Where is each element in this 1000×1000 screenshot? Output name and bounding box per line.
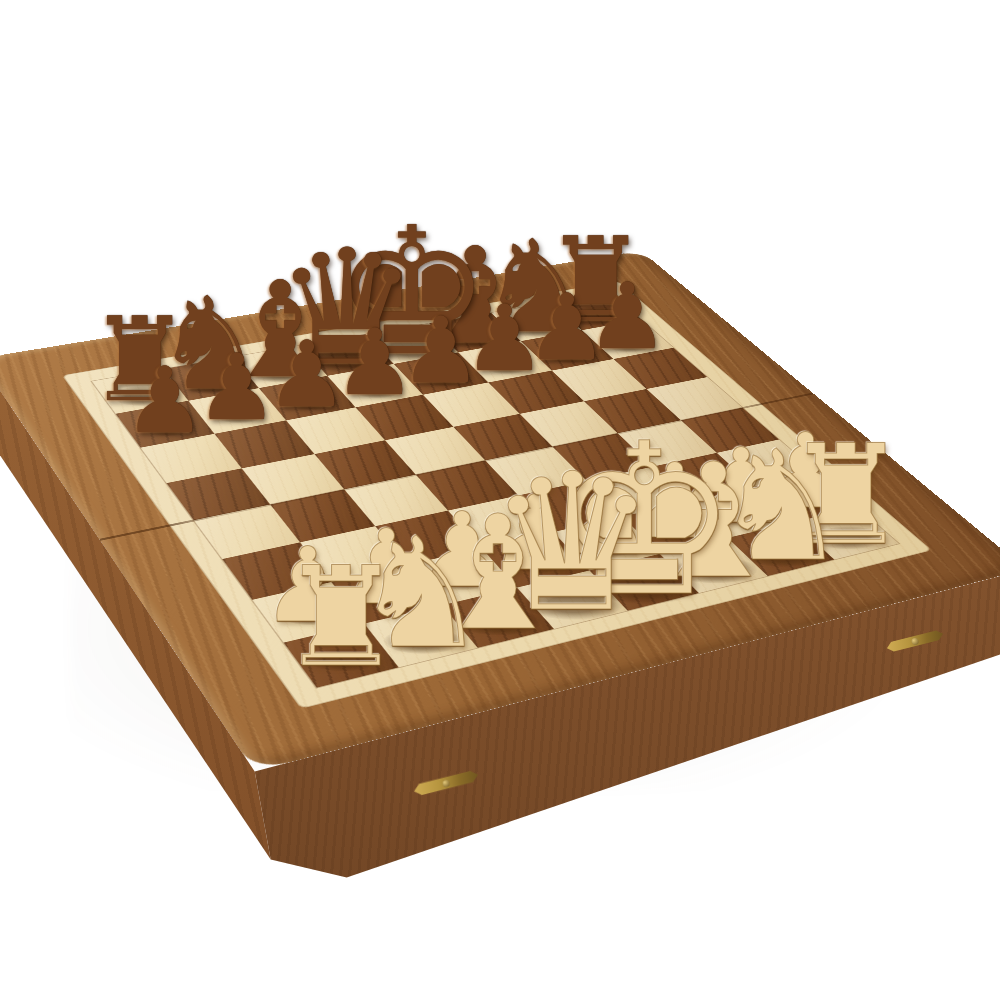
pawn-glyph: ♟ bbox=[266, 329, 348, 421]
pawn-glyph: ♟ bbox=[196, 342, 278, 434]
piece-black-pawn-a7[interactable]: ♟ bbox=[124, 356, 206, 448]
rook-glyph: ♜ bbox=[279, 549, 403, 687]
folding-chess-set-photo: ♜♞♝♛♚♝♞♜♟♟♟♟♟♟♟♟♟♟♟♟♟♟♟♟♜♞♝♛♚♝♞♜ bbox=[0, 0, 1000, 1000]
pieces-layer: ♜♞♝♛♚♝♞♜♟♟♟♟♟♟♟♟♟♟♟♟♟♟♟♟♜♞♝♛♚♝♞♜ bbox=[0, 0, 1000, 1000]
piece-black-pawn-c7[interactable]: ♟ bbox=[266, 329, 348, 421]
piece-black-pawn-b7[interactable]: ♟ bbox=[196, 342, 278, 434]
piece-white-rook-a1[interactable]: ♜ bbox=[279, 549, 403, 687]
pawn-glyph: ♟ bbox=[124, 356, 206, 448]
